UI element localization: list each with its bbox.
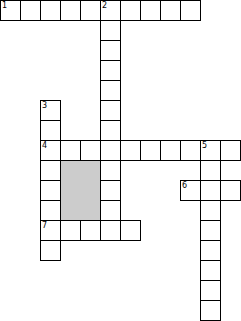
cell-r7-c11[interactable]: [220, 140, 241, 161]
cell-r1-c5[interactable]: [100, 20, 121, 41]
cell-r10-c5[interactable]: [100, 200, 121, 221]
cell-r10-c2[interactable]: [40, 200, 61, 221]
cell-r6-c2[interactable]: [40, 120, 61, 141]
cell-r9-c2[interactable]: [40, 180, 61, 201]
cell-r9-c5[interactable]: [100, 180, 121, 201]
cell-r11-c3[interactable]: [60, 220, 81, 241]
cell-r12-c2[interactable]: [40, 240, 61, 261]
cell-r0-c8[interactable]: [160, 0, 181, 21]
clue-number-4: 4: [42, 141, 47, 150]
cell-r0-c1[interactable]: [20, 0, 41, 21]
clue-number-2: 2: [102, 1, 107, 10]
cell-r7-c5[interactable]: [100, 140, 121, 161]
cell-r3-c5[interactable]: [100, 60, 121, 81]
cell-r0-c2[interactable]: [40, 0, 61, 21]
cell-r15-c10[interactable]: [200, 300, 221, 321]
cell-r7-c7[interactable]: [140, 140, 161, 161]
cell-r9-c11[interactable]: [220, 180, 241, 201]
cell-r7-c3[interactable]: [60, 140, 81, 161]
cell-r10-c10[interactable]: [200, 200, 221, 221]
cell-r12-c10[interactable]: [200, 240, 221, 261]
cell-r11-c10[interactable]: [200, 220, 221, 241]
cell-r0-c4[interactable]: [80, 0, 101, 21]
cell-r7-c4[interactable]: [80, 140, 101, 161]
clue-number-7: 7: [42, 221, 47, 230]
cell-r11-c6[interactable]: [120, 220, 141, 241]
crossword-board: 1234567: [0, 0, 241, 321]
cell-r0-c9[interactable]: [180, 0, 201, 21]
cell-r13-c10[interactable]: [200, 260, 221, 281]
cell-r14-c10[interactable]: [200, 280, 221, 301]
cell-r11-c5[interactable]: [100, 220, 121, 241]
cell-r6-c5[interactable]: [100, 120, 121, 141]
cell-r11-c4[interactable]: [80, 220, 101, 241]
cell-r0-c7[interactable]: [140, 0, 161, 21]
clue-number-1: 1: [2, 1, 7, 10]
cell-r9-c10[interactable]: [200, 180, 221, 201]
cell-r8-c5[interactable]: [100, 160, 121, 181]
cell-r7-c9[interactable]: [180, 140, 201, 161]
cell-r7-c8[interactable]: [160, 140, 181, 161]
clue-number-5: 5: [202, 141, 207, 150]
clue-number-6: 6: [182, 181, 187, 190]
cell-r8-c10[interactable]: [200, 160, 221, 181]
clue-number-3: 3: [42, 101, 47, 110]
cell-r7-c6[interactable]: [120, 140, 141, 161]
blocked-region: [60, 160, 101, 221]
cell-r5-c5[interactable]: [100, 100, 121, 121]
cell-r2-c5[interactable]: [100, 40, 121, 61]
cell-r4-c5[interactable]: [100, 80, 121, 101]
cell-r8-c2[interactable]: [40, 160, 61, 181]
cell-r0-c3[interactable]: [60, 0, 81, 21]
cell-r0-c6[interactable]: [120, 0, 141, 21]
